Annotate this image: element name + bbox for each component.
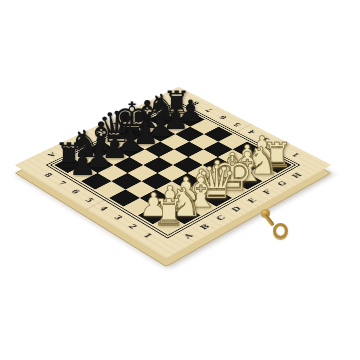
rank-label-right-5: 5 (224, 118, 250, 132)
chess-set-photo: AABBCCDDEEFFGGHH1122334455667788 ♜♞♝♛♚♝♞… (0, 0, 360, 360)
brass-clasp (256, 204, 296, 246)
rank-label-right-1: 1 (282, 147, 309, 161)
rank-label-right-7: 7 (196, 103, 222, 116)
rank-label-right-2: 2 (267, 140, 294, 154)
rank-label-right-6: 6 (210, 111, 236, 124)
rank-label-right-8: 8 (183, 97, 209, 110)
rank-label-right-3: 3 (253, 132, 280, 146)
file-label-far-h: H (146, 96, 173, 110)
clasp-ring-icon (273, 223, 288, 239)
